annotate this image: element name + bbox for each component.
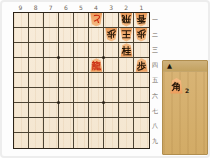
piece-glyph: 王 — [122, 28, 132, 40]
square-2-5[interactable] — [119, 73, 134, 88]
piece-glyph: 歩 — [137, 28, 147, 40]
square-9-3[interactable] — [14, 43, 29, 58]
square-1-8[interactable] — [134, 118, 149, 133]
hand-piece-glyph: 角 — [172, 80, 182, 94]
square-3-9[interactable] — [104, 133, 119, 148]
square-5-2[interactable] — [74, 28, 89, 43]
square-7-9[interactable] — [44, 133, 59, 148]
square-5-7[interactable] — [74, 103, 89, 118]
square-3-8[interactable] — [104, 118, 119, 133]
square-3-3[interactable] — [104, 43, 119, 58]
hoshi-dot — [57, 101, 60, 104]
row-label-3: 三 — [151, 42, 159, 57]
square-7-2[interactable] — [44, 28, 59, 43]
row-label-7: 七 — [151, 103, 159, 118]
square-6-9[interactable] — [59, 133, 74, 148]
square-6-2[interactable] — [59, 28, 74, 43]
square-1-7[interactable] — [134, 103, 149, 118]
piece-glyph: 飛 — [122, 13, 132, 25]
square-4-5[interactable] — [89, 73, 104, 88]
col-label-8: 8 — [28, 4, 43, 11]
piece-glyph: 龍 — [92, 60, 102, 72]
square-3-5[interactable] — [104, 73, 119, 88]
square-9-9[interactable] — [14, 133, 29, 148]
col-label-5: 5 — [73, 4, 88, 11]
square-2-7[interactable] — [119, 103, 134, 118]
square-5-5[interactable] — [74, 73, 89, 88]
square-9-4[interactable] — [14, 58, 29, 73]
square-8-9[interactable] — [29, 133, 44, 148]
square-1-9[interactable] — [134, 133, 149, 148]
square-9-2[interactable] — [14, 28, 29, 43]
square-8-8[interactable] — [29, 118, 44, 133]
square-6-4[interactable] — [59, 58, 74, 73]
square-9-6[interactable] — [14, 88, 29, 103]
square-6-6[interactable] — [59, 88, 74, 103]
square-9-7[interactable] — [14, 103, 29, 118]
square-2-8[interactable] — [119, 118, 134, 133]
square-5-8[interactable] — [74, 118, 89, 133]
piece-glyph: と — [91, 13, 101, 25]
square-8-2[interactable] — [29, 28, 44, 43]
square-8-7[interactable] — [29, 103, 44, 118]
square-1-6[interactable] — [134, 88, 149, 103]
col-label-4: 4 — [89, 4, 104, 11]
square-5-1[interactable] — [74, 13, 89, 28]
row-label-2: 二 — [151, 27, 159, 42]
square-3-4[interactable] — [104, 58, 119, 73]
square-8-3[interactable] — [29, 43, 44, 58]
square-7-7[interactable] — [44, 103, 59, 118]
square-7-4[interactable] — [44, 58, 59, 73]
sente-triangle-icon: ▲ — [167, 62, 172, 71]
square-6-3[interactable] — [59, 43, 74, 58]
col-label-3: 3 — [104, 4, 119, 11]
square-6-8[interactable] — [59, 118, 74, 133]
komadai-top-band: ▲ — [163, 61, 207, 72]
hoshi-dot — [57, 56, 60, 59]
square-6-5[interactable] — [59, 73, 74, 88]
square-8-1[interactable] — [29, 13, 44, 28]
square-2-9[interactable] — [119, 133, 134, 148]
square-5-9[interactable] — [74, 133, 89, 148]
square-8-6[interactable] — [29, 88, 44, 103]
row-label-8: 八 — [151, 118, 159, 133]
square-2-6[interactable] — [119, 88, 134, 103]
piece-glyph: 歩 — [107, 28, 117, 40]
row-label-9: 九 — [151, 133, 159, 148]
square-3-6[interactable] — [104, 88, 119, 103]
square-6-7[interactable] — [59, 103, 74, 118]
square-1-5[interactable] — [134, 73, 149, 88]
square-4-9[interactable] — [89, 133, 104, 148]
row-label-1: 一 — [151, 12, 159, 27]
square-8-5[interactable] — [29, 73, 44, 88]
square-3-7[interactable] — [104, 103, 119, 118]
col-label-6: 6 — [58, 4, 73, 11]
square-9-8[interactable] — [14, 118, 29, 133]
square-4-2[interactable] — [89, 28, 104, 43]
square-5-3[interactable] — [74, 43, 89, 58]
square-7-5[interactable] — [44, 73, 59, 88]
piece-glyph: 香 — [137, 13, 147, 25]
col-label-9: 9 — [13, 4, 28, 11]
square-4-7[interactable] — [89, 103, 104, 118]
square-7-8[interactable] — [44, 118, 59, 133]
square-8-4[interactable] — [29, 58, 44, 73]
square-2-4[interactable] — [119, 58, 134, 73]
col-label-1: 1 — [134, 4, 149, 11]
row-label-6: 六 — [151, 88, 159, 103]
square-4-8[interactable] — [89, 118, 104, 133]
row-label-4: 四 — [151, 57, 159, 72]
hand-piece-bishop[interactable]: 角 — [170, 78, 183, 94]
square-9-5[interactable] — [14, 73, 29, 88]
komadai-piece-stand: ▲ 角 2 — [162, 60, 208, 155]
square-9-1[interactable] — [14, 13, 29, 28]
square-5-4[interactable] — [74, 58, 89, 73]
piece-glyph: 桂 — [122, 45, 132, 57]
row-label-5: 五 — [151, 72, 159, 87]
tsume-shogi-widget[interactable]: 987654321 一二三四五六七八九 と飛香歩王歩桂龍歩 ▲ 角 2 — [0, 0, 210, 158]
square-6-1[interactable] — [59, 13, 74, 28]
square-1-3[interactable] — [134, 43, 149, 58]
col-label-2: 2 — [119, 4, 134, 11]
col-label-7: 7 — [43, 4, 58, 11]
square-5-6[interactable] — [74, 88, 89, 103]
hoshi-dot — [102, 56, 105, 59]
hand-piece-count: 2 — [185, 87, 189, 94]
square-7-1[interactable] — [44, 13, 59, 28]
square-3-1[interactable] — [104, 13, 119, 28]
piece-glyph: 歩 — [137, 60, 147, 72]
